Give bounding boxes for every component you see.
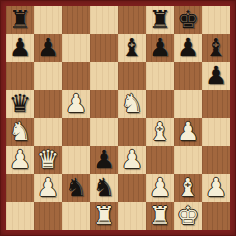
piece-white-rook: ♜ — [93, 202, 115, 230]
square-f8[interactable]: ♜ — [146, 6, 174, 34]
piece-black-rook: ♜ — [9, 6, 31, 34]
square-f7[interactable]: ♟ — [146, 34, 174, 62]
square-h1[interactable] — [202, 202, 230, 230]
square-c4[interactable] — [62, 118, 90, 146]
piece-white-pawn: ♟ — [149, 174, 171, 202]
piece-white-pawn: ♟ — [177, 118, 199, 146]
piece-white-bishop: ♝ — [177, 174, 199, 202]
piece-white-queen: ♛ — [37, 146, 59, 174]
square-f3[interactable] — [146, 146, 174, 174]
square-a1[interactable] — [6, 202, 34, 230]
square-f5[interactable] — [146, 90, 174, 118]
chess-board: ♜♜♚♟♟♝♟♟♝♟♛♟♞♞♝♟♟♛♟♟♟♞♞♟♝♟♜♜♚ — [6, 6, 230, 230]
square-g7[interactable]: ♟ — [174, 34, 202, 62]
piece-black-queen: ♛ — [9, 90, 31, 118]
chess-board-frame: ♜♜♚♟♟♝♟♟♝♟♛♟♞♞♝♟♟♛♟♟♟♞♞♟♝♟♜♜♚ — [0, 0, 236, 236]
piece-white-pawn: ♟ — [37, 174, 59, 202]
square-c6[interactable] — [62, 62, 90, 90]
square-d2[interactable]: ♞ — [90, 174, 118, 202]
square-d8[interactable] — [90, 6, 118, 34]
piece-black-knight: ♞ — [93, 174, 115, 202]
piece-white-king: ♚ — [177, 202, 199, 230]
square-d6[interactable] — [90, 62, 118, 90]
square-c3[interactable] — [62, 146, 90, 174]
piece-black-rook: ♜ — [149, 6, 171, 34]
square-f2[interactable]: ♟ — [146, 174, 174, 202]
square-b4[interactable] — [34, 118, 62, 146]
piece-black-pawn: ♟ — [9, 34, 31, 62]
piece-white-rook: ♜ — [149, 202, 171, 230]
square-e7[interactable]: ♝ — [118, 34, 146, 62]
square-h7[interactable]: ♝ — [202, 34, 230, 62]
square-c5[interactable]: ♟ — [62, 90, 90, 118]
square-b6[interactable] — [34, 62, 62, 90]
square-a8[interactable]: ♜ — [6, 6, 34, 34]
square-g8[interactable]: ♚ — [174, 6, 202, 34]
square-g3[interactable] — [174, 146, 202, 174]
piece-black-knight: ♞ — [65, 174, 87, 202]
square-g6[interactable] — [174, 62, 202, 90]
piece-white-pawn: ♟ — [9, 146, 31, 174]
square-e6[interactable] — [118, 62, 146, 90]
square-b2[interactable]: ♟ — [34, 174, 62, 202]
piece-black-bishop: ♝ — [121, 34, 143, 62]
square-b1[interactable] — [34, 202, 62, 230]
square-a2[interactable] — [6, 174, 34, 202]
piece-white-knight: ♞ — [9, 118, 31, 146]
square-d5[interactable] — [90, 90, 118, 118]
square-h4[interactable] — [202, 118, 230, 146]
square-d7[interactable] — [90, 34, 118, 62]
square-g5[interactable] — [174, 90, 202, 118]
square-d4[interactable] — [90, 118, 118, 146]
square-e2[interactable] — [118, 174, 146, 202]
piece-black-pawn: ♟ — [177, 34, 199, 62]
square-c1[interactable] — [62, 202, 90, 230]
square-b3[interactable]: ♛ — [34, 146, 62, 174]
square-h5[interactable] — [202, 90, 230, 118]
piece-white-knight: ♞ — [121, 90, 143, 118]
square-h2[interactable]: ♟ — [202, 174, 230, 202]
square-e8[interactable] — [118, 6, 146, 34]
piece-white-pawn: ♟ — [65, 90, 87, 118]
piece-black-pawn: ♟ — [93, 146, 115, 174]
square-a3[interactable]: ♟ — [6, 146, 34, 174]
square-g1[interactable]: ♚ — [174, 202, 202, 230]
square-b8[interactable] — [34, 6, 62, 34]
piece-black-king: ♚ — [177, 6, 199, 34]
piece-white-pawn: ♟ — [121, 146, 143, 174]
piece-white-bishop: ♝ — [149, 118, 171, 146]
square-a5[interactable]: ♛ — [6, 90, 34, 118]
piece-black-bishop: ♝ — [205, 34, 227, 62]
square-c7[interactable] — [62, 34, 90, 62]
square-b5[interactable] — [34, 90, 62, 118]
square-a6[interactable] — [6, 62, 34, 90]
square-e5[interactable]: ♞ — [118, 90, 146, 118]
square-e4[interactable] — [118, 118, 146, 146]
square-a4[interactable]: ♞ — [6, 118, 34, 146]
square-h3[interactable] — [202, 146, 230, 174]
square-f6[interactable] — [146, 62, 174, 90]
piece-black-pawn: ♟ — [205, 62, 227, 90]
square-b7[interactable]: ♟ — [34, 34, 62, 62]
square-g2[interactable]: ♝ — [174, 174, 202, 202]
square-g4[interactable]: ♟ — [174, 118, 202, 146]
square-a7[interactable]: ♟ — [6, 34, 34, 62]
square-d3[interactable]: ♟ — [90, 146, 118, 174]
square-c8[interactable] — [62, 6, 90, 34]
square-c2[interactable]: ♞ — [62, 174, 90, 202]
piece-white-pawn: ♟ — [205, 174, 227, 202]
square-f4[interactable]: ♝ — [146, 118, 174, 146]
square-d1[interactable]: ♜ — [90, 202, 118, 230]
square-e3[interactable]: ♟ — [118, 146, 146, 174]
square-h6[interactable]: ♟ — [202, 62, 230, 90]
piece-black-pawn: ♟ — [37, 34, 59, 62]
piece-black-pawn: ♟ — [149, 34, 171, 62]
square-h8[interactable] — [202, 6, 230, 34]
square-e1[interactable] — [118, 202, 146, 230]
square-f1[interactable]: ♜ — [146, 202, 174, 230]
